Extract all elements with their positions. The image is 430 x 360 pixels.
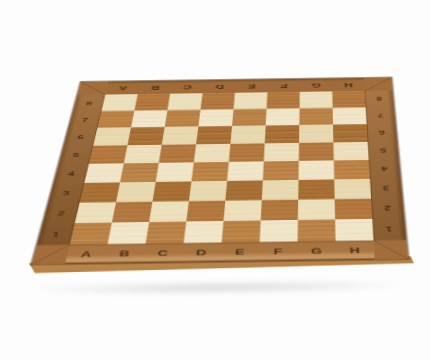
square-e1 bbox=[222, 221, 261, 243]
rank-label-right-2: 6 bbox=[367, 124, 397, 142]
square-g7 bbox=[299, 108, 333, 125]
square-d3 bbox=[189, 181, 227, 201]
square-a3 bbox=[80, 182, 120, 202]
frame-corner-top-left bbox=[77, 81, 108, 95]
file-label-top-2: C bbox=[171, 83, 204, 90]
rank-label-right-1: 7 bbox=[366, 107, 396, 124]
file-label-top-6: G bbox=[300, 82, 332, 89]
rank-label-left-2: 6 bbox=[64, 128, 98, 146]
square-f2 bbox=[261, 200, 299, 221]
rank-label-left-6: 2 bbox=[43, 203, 80, 224]
file-label-bottom-6: G bbox=[297, 246, 336, 256]
square-c5 bbox=[159, 144, 196, 163]
file-label-top-0: A bbox=[106, 84, 140, 91]
file-label-top-3: D bbox=[203, 83, 236, 90]
square-g3 bbox=[298, 179, 334, 199]
square-g1 bbox=[298, 220, 336, 242]
rank-label-right-0: 8 bbox=[365, 91, 394, 108]
square-d8 bbox=[200, 93, 234, 110]
square-b2 bbox=[112, 202, 153, 223]
square-f8 bbox=[267, 92, 300, 109]
square-c1 bbox=[146, 222, 187, 244]
square-h4 bbox=[334, 160, 370, 179]
photo-background: ABCDEFGH ABCDEFGH 87654321 87654321 bbox=[0, 0, 430, 360]
square-b6 bbox=[127, 127, 164, 145]
square-b4 bbox=[120, 163, 159, 182]
square-d4 bbox=[191, 162, 228, 181]
square-c6 bbox=[162, 127, 199, 145]
chess-board: ABCDEFGH ABCDEFGH 87654321 87654321 bbox=[32, 77, 408, 264]
square-e5 bbox=[229, 143, 265, 162]
square-d2 bbox=[186, 201, 225, 222]
square-b3 bbox=[116, 182, 156, 202]
square-a5 bbox=[89, 145, 128, 164]
rank-label-right-4: 4 bbox=[369, 159, 401, 178]
square-h3 bbox=[334, 179, 371, 199]
file-label-top-4: E bbox=[235, 82, 268, 89]
square-b5 bbox=[124, 145, 162, 164]
square-h8 bbox=[332, 91, 365, 108]
square-a2 bbox=[75, 202, 116, 223]
square-h2 bbox=[335, 198, 373, 219]
file-label-bottom-7: H bbox=[336, 245, 375, 255]
rank-label-left-4: 4 bbox=[54, 164, 89, 183]
square-f7 bbox=[266, 108, 300, 125]
square-c7 bbox=[165, 110, 201, 127]
square-b8 bbox=[134, 94, 170, 111]
square-d1 bbox=[184, 221, 224, 243]
rank-label-left-1: 7 bbox=[68, 111, 101, 128]
square-g6 bbox=[299, 125, 333, 143]
file-label-top-5: F bbox=[268, 82, 300, 89]
frame-corner-top-right bbox=[364, 77, 393, 91]
square-e2 bbox=[224, 200, 262, 221]
square-h5 bbox=[333, 142, 368, 161]
square-g4 bbox=[299, 160, 335, 179]
file-label-bottom-5: F bbox=[259, 246, 298, 256]
square-e6 bbox=[230, 126, 265, 144]
square-f3 bbox=[262, 180, 299, 200]
rank-label-left-0: 8 bbox=[73, 95, 105, 112]
square-g2 bbox=[298, 199, 335, 220]
rank-label-right-6: 2 bbox=[371, 198, 404, 219]
rank-label-left-3: 5 bbox=[59, 146, 93, 165]
square-b1 bbox=[108, 222, 150, 244]
rank-label-left-5: 3 bbox=[48, 183, 84, 203]
rank-label-left-7: 1 bbox=[37, 223, 75, 245]
file-label-bottom-0: A bbox=[66, 249, 106, 259]
square-e3 bbox=[225, 180, 262, 200]
square-h1 bbox=[335, 219, 373, 241]
frame-corner-bottom-left bbox=[32, 245, 70, 265]
square-g5 bbox=[299, 142, 334, 161]
file-label-top-1: B bbox=[138, 84, 171, 91]
file-label-top-7: H bbox=[332, 81, 364, 88]
file-label-bottom-2: C bbox=[143, 248, 183, 258]
square-f4 bbox=[263, 161, 299, 180]
perspective-wrapper: ABCDEFGH ABCDEFGH 87654321 87654321 bbox=[32, 77, 408, 264]
board-photo: ABCDEFGH ABCDEFGH 87654321 87654321 bbox=[0, 0, 430, 360]
playing-area bbox=[70, 91, 374, 244]
square-d5 bbox=[194, 144, 231, 163]
square-d6 bbox=[196, 126, 232, 144]
square-a6 bbox=[93, 128, 131, 146]
frame-corner-bottom-right bbox=[374, 240, 408, 260]
square-a4 bbox=[84, 163, 124, 182]
square-h6 bbox=[333, 124, 368, 142]
square-e4 bbox=[227, 161, 264, 180]
file-label-bottom-3: D bbox=[182, 247, 221, 257]
square-c8 bbox=[167, 93, 202, 110]
square-e7 bbox=[232, 109, 267, 126]
square-d7 bbox=[198, 109, 233, 126]
perspective-skew-wrapper: ABCDEFGH ABCDEFGH 87654321 87654321 bbox=[0, 0, 430, 360]
square-c2 bbox=[149, 201, 189, 222]
square-c3 bbox=[152, 181, 191, 201]
square-h7 bbox=[333, 107, 367, 124]
square-f1 bbox=[260, 220, 298, 242]
square-f5 bbox=[264, 143, 299, 162]
rank-label-right-3: 5 bbox=[368, 141, 399, 160]
square-b7 bbox=[131, 110, 167, 127]
square-f6 bbox=[265, 125, 300, 143]
rank-label-right-5: 3 bbox=[370, 178, 402, 198]
file-label-bottom-4: E bbox=[220, 247, 259, 257]
square-a8 bbox=[101, 94, 137, 111]
square-c4 bbox=[156, 162, 194, 181]
square-e8 bbox=[233, 93, 267, 110]
square-g8 bbox=[300, 92, 333, 109]
square-a1 bbox=[70, 223, 112, 245]
file-label-bottom-1: B bbox=[105, 248, 145, 258]
rank-label-right-7: 1 bbox=[372, 219, 406, 241]
square-a7 bbox=[97, 111, 134, 128]
